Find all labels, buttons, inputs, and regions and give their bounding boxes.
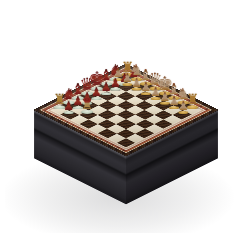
stage: ♜♞♟♞♟♝♟♝♟♚♟♛♟♛♟♚♟♝♟♝♟♞♟♞♟♜♟♜♟♜♟♟ (0, 0, 240, 240)
piece-base (63, 110, 73, 114)
piece-roman-pawn: ♟ (55, 96, 81, 114)
rook-glyph: ♜ (81, 97, 94, 111)
pawn-glyph: ♟ (63, 99, 74, 111)
piece-base (81, 110, 93, 114)
chess-box: ♜♞♟♞♟♝♟♝♟♚♟♛♟♛♟♚♟♝♟♝♟♞♟♞♟♜♟♜♟♜♟♟ (34, 64, 218, 156)
product-photo-scene: ♜♞♟♞♟♝♟♝♟♚♟♛♟♛♟♚♟♝♟♝♟♞♟♞♟♜♟♜♟♜♟♟ (0, 0, 240, 240)
piece-base (179, 110, 189, 114)
piece-egyptian-pawn: ♟ (171, 96, 197, 114)
pawn-glyph: ♟ (178, 99, 189, 111)
